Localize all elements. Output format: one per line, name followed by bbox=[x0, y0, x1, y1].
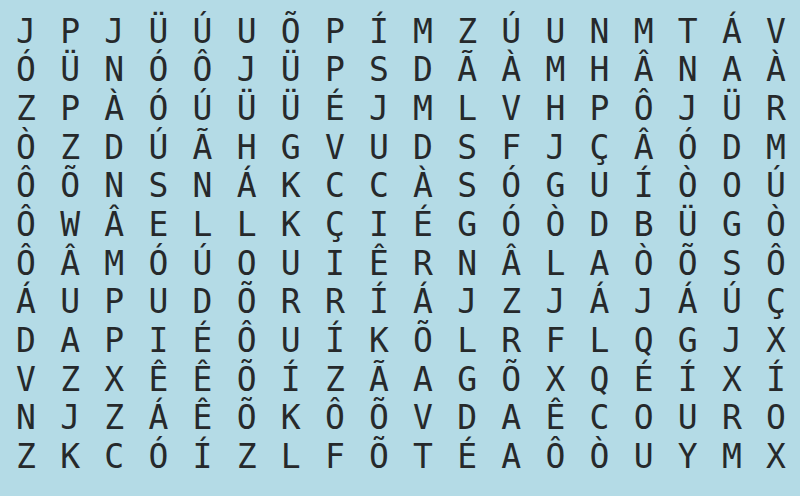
grid-cell[interactable]: Í bbox=[666, 360, 710, 399]
grid-cell[interactable]: J bbox=[48, 399, 92, 438]
grid-cell[interactable]: R bbox=[710, 399, 754, 438]
grid-cell[interactable]: G bbox=[445, 205, 489, 244]
grid-cell[interactable]: G bbox=[666, 321, 710, 360]
grid-cell[interactable]: Ç bbox=[754, 283, 798, 322]
grid-cell[interactable]: M bbox=[401, 89, 445, 128]
grid-cell[interactable]: D bbox=[180, 283, 224, 322]
grid-cell[interactable]: Ó bbox=[136, 244, 180, 283]
grid-cell[interactable]: D bbox=[4, 321, 48, 360]
grid-cell[interactable]: P bbox=[313, 12, 357, 51]
grid-cell[interactable]: Â bbox=[48, 244, 92, 283]
grid-cell[interactable]: Ò bbox=[533, 205, 577, 244]
grid-cell[interactable]: Á bbox=[666, 283, 710, 322]
grid-cell[interactable]: M bbox=[92, 244, 136, 283]
grid-cell[interactable]: L bbox=[269, 437, 313, 476]
grid-cell[interactable]: L bbox=[225, 205, 269, 244]
grid-cell[interactable]: U bbox=[622, 437, 666, 476]
grid-cell[interactable]: L bbox=[577, 321, 621, 360]
grid-cell[interactable]: D bbox=[577, 205, 621, 244]
grid-cell[interactable]: T bbox=[666, 12, 710, 51]
grid-cell[interactable]: Õ bbox=[225, 360, 269, 399]
grid-cell[interactable]: S bbox=[710, 244, 754, 283]
grid-cell[interactable]: U bbox=[357, 128, 401, 167]
grid-cell[interactable]: A bbox=[489, 437, 533, 476]
grid-cell[interactable]: K bbox=[48, 437, 92, 476]
grid-cell[interactable]: Ü bbox=[269, 51, 313, 90]
grid-cell[interactable]: I bbox=[313, 244, 357, 283]
grid-cell[interactable]: Ô bbox=[533, 437, 577, 476]
grid-cell[interactable]: X bbox=[92, 360, 136, 399]
grid-cell[interactable]: S bbox=[357, 51, 401, 90]
grid-cell[interactable]: Á bbox=[4, 283, 48, 322]
word-search-grid: JPJÜÚUÕPÍMZÚUNMTÁVÓÜNÓÔJÜPSDÃÀMHÂNAÀZPÀÓ… bbox=[4, 12, 798, 476]
grid-cell[interactable]: D bbox=[401, 128, 445, 167]
grid-cell[interactable]: Ü bbox=[225, 89, 269, 128]
grid-cell[interactable]: V bbox=[489, 89, 533, 128]
grid-cell[interactable]: G bbox=[445, 360, 489, 399]
grid-cell[interactable]: Ò bbox=[666, 167, 710, 206]
grid-cell[interactable]: M bbox=[710, 437, 754, 476]
grid-cell[interactable]: Z bbox=[489, 283, 533, 322]
grid-cell[interactable]: À bbox=[401, 167, 445, 206]
grid-cell[interactable]: Ã bbox=[445, 51, 489, 90]
grid-cell[interactable]: Ú bbox=[180, 12, 224, 51]
grid-cell[interactable]: P bbox=[92, 321, 136, 360]
grid-cell[interactable]: F bbox=[533, 321, 577, 360]
grid-cell[interactable]: Ô bbox=[180, 51, 224, 90]
grid-cell[interactable]: Í bbox=[313, 321, 357, 360]
grid-cell[interactable]: Ú bbox=[180, 89, 224, 128]
grid-cell[interactable]: Õ bbox=[225, 399, 269, 438]
grid-cell[interactable]: I bbox=[136, 321, 180, 360]
grid-cell[interactable]: L bbox=[445, 321, 489, 360]
grid-cell[interactable]: P bbox=[48, 89, 92, 128]
grid-cell[interactable]: É bbox=[401, 205, 445, 244]
grid-cell[interactable]: Z bbox=[4, 437, 48, 476]
grid-cell[interactable]: R bbox=[313, 283, 357, 322]
grid-cell[interactable]: G bbox=[533, 167, 577, 206]
grid-cell[interactable]: J bbox=[533, 283, 577, 322]
grid-cell[interactable]: J bbox=[225, 51, 269, 90]
grid-cell[interactable]: E bbox=[136, 205, 180, 244]
grid-cell[interactable]: Ã bbox=[357, 360, 401, 399]
grid-cell[interactable]: J bbox=[622, 283, 666, 322]
grid-cell[interactable]: Ê bbox=[180, 399, 224, 438]
grid-cell[interactable]: Á bbox=[401, 283, 445, 322]
grid-cell[interactable]: Ê bbox=[136, 360, 180, 399]
grid-cell[interactable]: Ê bbox=[533, 399, 577, 438]
grid-cell[interactable]: N bbox=[4, 399, 48, 438]
grid-cell[interactable]: Ó bbox=[489, 167, 533, 206]
grid-cell[interactable]: Í bbox=[357, 283, 401, 322]
grid-cell[interactable]: Ü bbox=[666, 205, 710, 244]
grid-cell[interactable]: Á bbox=[577, 283, 621, 322]
grid-cell[interactable]: J bbox=[4, 12, 48, 51]
grid-cell[interactable]: O bbox=[622, 399, 666, 438]
grid-cell[interactable]: C bbox=[357, 167, 401, 206]
grid-cell[interactable]: Í bbox=[622, 167, 666, 206]
grid-cell[interactable]: H bbox=[577, 51, 621, 90]
grid-cell[interactable]: À bbox=[92, 89, 136, 128]
grid-cell[interactable]: U bbox=[269, 321, 313, 360]
grid-cell[interactable]: É bbox=[622, 360, 666, 399]
grid-cell[interactable]: L bbox=[445, 89, 489, 128]
grid-cell[interactable]: D bbox=[445, 399, 489, 438]
grid-cell[interactable]: D bbox=[710, 128, 754, 167]
grid-cell[interactable]: P bbox=[313, 51, 357, 90]
grid-cell[interactable]: U bbox=[533, 12, 577, 51]
grid-cell[interactable]: N bbox=[92, 167, 136, 206]
grid-cell[interactable]: P bbox=[577, 89, 621, 128]
grid-cell[interactable]: Z bbox=[4, 89, 48, 128]
grid-cell[interactable]: O bbox=[754, 399, 798, 438]
grid-cell[interactable]: J bbox=[666, 89, 710, 128]
grid-cell[interactable]: U bbox=[269, 244, 313, 283]
grid-cell[interactable]: Õ bbox=[489, 360, 533, 399]
grid-cell[interactable]: Z bbox=[48, 128, 92, 167]
grid-cell[interactable]: U bbox=[666, 399, 710, 438]
grid-cell[interactable]: C bbox=[313, 167, 357, 206]
grid-cell[interactable]: M bbox=[533, 51, 577, 90]
grid-cell[interactable]: D bbox=[401, 51, 445, 90]
grid-cell[interactable]: Â bbox=[92, 205, 136, 244]
grid-cell[interactable]: L bbox=[180, 205, 224, 244]
grid-cell[interactable]: N bbox=[180, 167, 224, 206]
grid-cell[interactable]: R bbox=[489, 321, 533, 360]
grid-cell[interactable]: Í bbox=[754, 360, 798, 399]
grid-cell[interactable]: Í bbox=[269, 360, 313, 399]
grid-cell[interactable]: Á bbox=[710, 12, 754, 51]
grid-cell[interactable]: H bbox=[225, 128, 269, 167]
grid-cell[interactable]: K bbox=[357, 321, 401, 360]
grid-cell[interactable]: Y bbox=[666, 437, 710, 476]
grid-cell[interactable]: Ó bbox=[4, 51, 48, 90]
grid-cell[interactable]: D bbox=[92, 128, 136, 167]
grid-cell[interactable]: C bbox=[92, 437, 136, 476]
grid-cell[interactable]: F bbox=[313, 437, 357, 476]
grid-cell[interactable]: V bbox=[4, 360, 48, 399]
grid-cell[interactable]: C bbox=[577, 399, 621, 438]
grid-cell[interactable]: Õ bbox=[225, 283, 269, 322]
grid-cell[interactable]: Ç bbox=[313, 205, 357, 244]
grid-cell[interactable]: V bbox=[401, 399, 445, 438]
grid-cell[interactable]: É bbox=[445, 437, 489, 476]
grid-cell[interactable]: Ã bbox=[180, 128, 224, 167]
grid-cell[interactable]: Ú bbox=[754, 167, 798, 206]
grid-cell[interactable]: U bbox=[48, 283, 92, 322]
grid-cell[interactable]: Õ bbox=[357, 399, 401, 438]
grid-cell[interactable]: Q bbox=[577, 360, 621, 399]
grid-cell[interactable]: Ô bbox=[622, 89, 666, 128]
grid-cell[interactable]: M bbox=[754, 128, 798, 167]
word-search-board: JPJÜÚUÕPÍMZÚUNMTÁVÓÜNÓÔJÜPSDÃÀMHÂNAÀZPÀÓ… bbox=[0, 0, 800, 496]
grid-cell[interactable]: G bbox=[269, 128, 313, 167]
grid-cell[interactable]: Ò bbox=[4, 128, 48, 167]
grid-cell[interactable]: S bbox=[445, 128, 489, 167]
grid-cell[interactable]: Ç bbox=[577, 128, 621, 167]
grid-cell[interactable]: A bbox=[48, 321, 92, 360]
grid-cell[interactable]: A bbox=[710, 51, 754, 90]
grid-cell[interactable]: Ü bbox=[710, 89, 754, 128]
grid-cell[interactable]: R bbox=[401, 244, 445, 283]
grid-cell[interactable]: K bbox=[269, 205, 313, 244]
grid-cell[interactable]: Ô bbox=[754, 244, 798, 283]
grid-cell[interactable]: Z bbox=[48, 360, 92, 399]
grid-cell[interactable]: À bbox=[489, 51, 533, 90]
grid-cell[interactable]: F bbox=[489, 128, 533, 167]
grid-cell[interactable]: H bbox=[533, 89, 577, 128]
grid-cell[interactable]: T bbox=[401, 437, 445, 476]
grid-cell[interactable]: L bbox=[533, 244, 577, 283]
grid-cell[interactable]: A bbox=[577, 244, 621, 283]
grid-cell[interactable]: R bbox=[269, 283, 313, 322]
grid-cell[interactable]: Í bbox=[357, 12, 401, 51]
grid-cell[interactable]: Õ bbox=[401, 321, 445, 360]
grid-cell[interactable]: A bbox=[489, 399, 533, 438]
grid-cell[interactable]: Ü bbox=[136, 12, 180, 51]
grid-cell[interactable]: Õ bbox=[48, 167, 92, 206]
grid-cell[interactable]: Z bbox=[225, 437, 269, 476]
grid-cell[interactable]: J bbox=[445, 283, 489, 322]
grid-cell[interactable]: Ó bbox=[489, 205, 533, 244]
grid-cell[interactable]: Ò bbox=[577, 437, 621, 476]
grid-cell[interactable]: Ú bbox=[180, 244, 224, 283]
grid-cell[interactable]: Â bbox=[622, 51, 666, 90]
grid-cell[interactable]: V bbox=[313, 128, 357, 167]
grid-cell[interactable]: J bbox=[357, 89, 401, 128]
grid-cell[interactable]: U bbox=[225, 12, 269, 51]
grid-cell[interactable]: Ô bbox=[313, 399, 357, 438]
grid-cell[interactable]: Â bbox=[489, 244, 533, 283]
grid-cell[interactable]: Ó bbox=[136, 51, 180, 90]
grid-cell[interactable]: É bbox=[180, 321, 224, 360]
grid-cell[interactable]: Ú bbox=[489, 12, 533, 51]
grid-cell[interactable]: X bbox=[754, 437, 798, 476]
grid-cell[interactable]: Ô bbox=[225, 321, 269, 360]
grid-cell[interactable]: U bbox=[577, 167, 621, 206]
grid-cell[interactable]: À bbox=[754, 51, 798, 90]
grid-cell[interactable]: N bbox=[445, 244, 489, 283]
grid-cell[interactable]: A bbox=[401, 360, 445, 399]
grid-cell[interactable]: Õ bbox=[269, 12, 313, 51]
grid-cell[interactable]: Ò bbox=[622, 244, 666, 283]
grid-cell[interactable]: Ô bbox=[4, 167, 48, 206]
grid-cell[interactable]: Õ bbox=[666, 244, 710, 283]
grid-cell[interactable]: S bbox=[445, 167, 489, 206]
grid-cell[interactable]: Ü bbox=[48, 51, 92, 90]
grid-cell[interactable]: P bbox=[48, 12, 92, 51]
grid-cell[interactable]: Ó bbox=[666, 128, 710, 167]
grid-cell[interactable]: É bbox=[313, 89, 357, 128]
grid-cell[interactable]: Á bbox=[225, 167, 269, 206]
grid-cell[interactable]: X bbox=[754, 321, 798, 360]
grid-cell[interactable]: J bbox=[533, 128, 577, 167]
grid-cell[interactable]: Ü bbox=[269, 89, 313, 128]
grid-cell[interactable]: J bbox=[710, 321, 754, 360]
grid-cell[interactable]: J bbox=[92, 12, 136, 51]
grid-cell[interactable]: W bbox=[48, 205, 92, 244]
grid-cell[interactable]: X bbox=[710, 360, 754, 399]
grid-cell[interactable]: Í bbox=[180, 437, 224, 476]
grid-cell[interactable]: I bbox=[357, 205, 401, 244]
grid-cell[interactable]: Á bbox=[136, 399, 180, 438]
grid-cell[interactable]: X bbox=[533, 360, 577, 399]
grid-cell[interactable]: Ú bbox=[136, 128, 180, 167]
grid-cell[interactable]: M bbox=[622, 12, 666, 51]
grid-cell[interactable]: M bbox=[401, 12, 445, 51]
grid-cell[interactable]: Ò bbox=[754, 205, 798, 244]
grid-cell[interactable]: N bbox=[92, 51, 136, 90]
grid-cell[interactable]: N bbox=[666, 51, 710, 90]
grid-cell[interactable]: B bbox=[622, 205, 666, 244]
grid-cell[interactable]: Õ bbox=[357, 437, 401, 476]
grid-cell[interactable]: Z bbox=[92, 399, 136, 438]
grid-cell[interactable]: K bbox=[269, 167, 313, 206]
grid-cell[interactable]: G bbox=[710, 205, 754, 244]
grid-cell[interactable]: Q bbox=[622, 321, 666, 360]
grid-cell[interactable]: Ó bbox=[136, 437, 180, 476]
grid-cell[interactable]: U bbox=[136, 283, 180, 322]
grid-cell[interactable]: R bbox=[754, 89, 798, 128]
grid-cell[interactable]: V bbox=[754, 12, 798, 51]
grid-cell[interactable]: K bbox=[269, 399, 313, 438]
grid-cell[interactable]: P bbox=[92, 283, 136, 322]
grid-cell[interactable]: Ô bbox=[4, 244, 48, 283]
grid-cell[interactable]: Ú bbox=[710, 283, 754, 322]
grid-cell[interactable]: Z bbox=[445, 12, 489, 51]
grid-cell[interactable]: N bbox=[577, 12, 621, 51]
grid-cell[interactable]: Ô bbox=[4, 205, 48, 244]
grid-cell[interactable]: Â bbox=[622, 128, 666, 167]
grid-cell[interactable]: O bbox=[710, 167, 754, 206]
grid-cell[interactable]: Ê bbox=[180, 360, 224, 399]
grid-cell[interactable]: Z bbox=[313, 360, 357, 399]
grid-cell[interactable]: Ê bbox=[357, 244, 401, 283]
grid-cell[interactable]: Ó bbox=[136, 89, 180, 128]
grid-cell[interactable]: S bbox=[136, 167, 180, 206]
grid-cell[interactable]: O bbox=[225, 244, 269, 283]
